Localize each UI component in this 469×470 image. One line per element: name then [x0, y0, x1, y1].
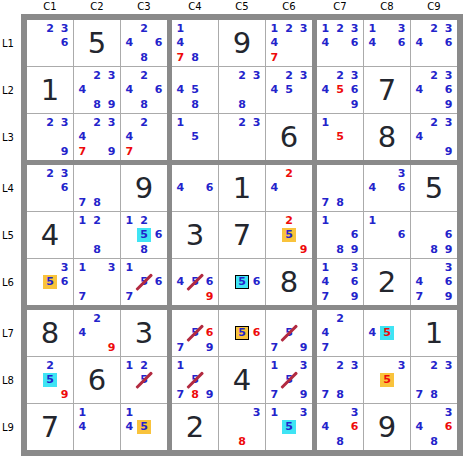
cell-L4C4[interactable]: 46	[172, 165, 218, 211]
candidate-4[interactable]: 4	[75, 83, 90, 98]
candidate-2[interactable]: 2	[137, 68, 152, 83]
cell-L8C1[interactable]: 259	[27, 357, 73, 403]
cell-L2C2[interactable]: 23489	[74, 67, 120, 113]
candidate-1[interactable]: 1	[173, 115, 188, 130]
candidate-6[interactable]: 6	[441, 275, 456, 290]
candidate-9[interactable]: 9	[296, 340, 311, 355]
candidate-6[interactable]: 6	[151, 83, 166, 98]
candidate-5[interactable]: 5	[282, 228, 297, 243]
candidate-5[interactable]: 5	[282, 83, 297, 98]
cell-L4C7[interactable]: 78	[317, 165, 363, 211]
candidate-2[interactable]: 2	[137, 115, 152, 130]
cell-L3C2[interactable]: 23479	[74, 114, 120, 160]
candidate-3[interactable]: 3	[394, 21, 409, 36]
candidate-6[interactable]: 6	[151, 228, 166, 243]
candidate-8[interactable]: 8	[333, 195, 348, 210]
candidate-1[interactable]: 1	[173, 21, 188, 36]
candidate-slot	[347, 195, 362, 210]
cell-L4C2[interactable]: 78	[74, 165, 120, 211]
candidate-3[interactable]: 3	[57, 115, 72, 130]
cell-L4C3[interactable]: 9	[121, 165, 167, 211]
cell-L1C7[interactable]: 12346	[317, 20, 363, 66]
candidate-3[interactable]: 3	[249, 405, 264, 420]
candidate-7[interactable]: 7	[173, 340, 188, 355]
cell-L5C5[interactable]: 7	[219, 212, 265, 258]
candidate-4[interactable]: 4	[75, 130, 90, 145]
candidate-3[interactable]: 3	[347, 260, 362, 275]
candidate-2[interactable]: 2	[90, 68, 105, 83]
cell-L3C9[interactable]: 2349	[411, 114, 457, 160]
candidate-8[interactable]: 8	[333, 387, 348, 402]
candidate-5[interactable]: 5	[380, 373, 395, 388]
candidate-4[interactable]: 4	[75, 326, 90, 341]
candidate-4[interactable]: 4	[122, 420, 137, 435]
candidate-1[interactable]: 1	[267, 405, 282, 420]
candidate-5[interactable]: 5	[282, 373, 297, 388]
candidate-1[interactable]: 1	[75, 405, 90, 420]
cell-L7C3[interactable]: 3	[121, 310, 167, 356]
cell-L7C9[interactable]: 1	[411, 310, 457, 356]
candidate-2[interactable]: 2	[43, 115, 58, 130]
candidate-3[interactable]: 3	[441, 260, 456, 275]
candidate-slot	[28, 115, 43, 130]
candidate-1[interactable]: 1	[267, 358, 282, 373]
candidate-8[interactable]: 8	[427, 387, 442, 402]
candidate-9[interactable]: 9	[441, 242, 456, 257]
candidate-slot	[267, 242, 282, 257]
cell-value: 8	[27, 310, 73, 356]
candidate-2[interactable]: 2	[427, 115, 442, 130]
candidate-3[interactable]: 3	[347, 21, 362, 36]
cell-L9C1[interactable]: 7	[27, 404, 73, 450]
cell-L8C5[interactable]: 4	[219, 357, 265, 403]
candidate-5[interactable]: 5	[282, 420, 297, 435]
candidate-2[interactable]: 2	[427, 21, 442, 36]
cell-L9C9[interactable]: 3468	[411, 404, 457, 450]
candidate-3[interactable]: 3	[296, 21, 311, 36]
candidate-9[interactable]: 9	[296, 387, 311, 402]
candidate-4[interactable]: 4	[318, 326, 333, 341]
candidate-5[interactable]: 5	[282, 326, 297, 341]
candidate-9[interactable]: 9	[441, 97, 456, 112]
candidate-4[interactable]: 4	[365, 181, 380, 196]
candidate-7[interactable]: 7	[267, 387, 282, 402]
candidate-3[interactable]: 3	[296, 68, 311, 83]
candidate-6[interactable]: 6	[202, 181, 217, 196]
candidate-7[interactable]: 7	[173, 50, 188, 65]
cell-L7C6[interactable]: 579	[266, 310, 312, 356]
cell-L6C8[interactable]: 2	[364, 259, 410, 305]
candidate-slot	[220, 405, 235, 420]
candidate-1[interactable]: 1	[75, 213, 90, 228]
candidate-5[interactable]: 5	[137, 275, 152, 290]
cell-L1C6[interactable]: 12347	[266, 20, 312, 66]
candidate-3[interactable]: 3	[296, 358, 311, 373]
cell-L8C4[interactable]: 15789	[172, 357, 218, 403]
candidate-5[interactable]: 5	[137, 373, 152, 388]
candidate-4[interactable]: 4	[267, 181, 282, 196]
candidate-4[interactable]: 4	[173, 181, 188, 196]
cell-L8C9[interactable]: 2378	[411, 357, 457, 403]
candidate-9[interactable]: 9	[296, 242, 311, 257]
candidate-8[interactable]: 8	[137, 242, 152, 257]
candidate-7[interactable]: 7	[267, 340, 282, 355]
candidate-2[interactable]: 2	[90, 115, 105, 130]
candidate-3[interactable]: 3	[104, 68, 119, 83]
cell-L9C3[interactable]: 145	[121, 404, 167, 450]
candidate-9[interactable]: 9	[104, 97, 119, 112]
cell-L6C7[interactable]: 134679	[317, 259, 363, 305]
candidate-slot	[296, 311, 311, 326]
cell-L4C6[interactable]: 24	[266, 165, 312, 211]
cell-L7C4[interactable]: 5679	[172, 310, 218, 356]
candidate-9[interactable]: 9	[202, 289, 217, 304]
candidate-2[interactable]: 2	[90, 213, 105, 228]
candidate-8[interactable]: 8	[90, 242, 105, 257]
candidate-9[interactable]: 9	[441, 289, 456, 304]
candidate-4[interactable]: 4	[365, 326, 380, 341]
candidate-1[interactable]: 1	[365, 213, 380, 228]
candidate-1[interactable]: 1	[318, 115, 333, 130]
candidate-2[interactable]: 2	[43, 358, 58, 373]
candidate-8[interactable]: 8	[235, 97, 250, 112]
candidate-3[interactable]: 3	[441, 68, 456, 83]
candidate-8[interactable]: 8	[188, 50, 203, 65]
candidate-5[interactable]: 5	[235, 275, 250, 290]
candidate-3[interactable]: 3	[57, 21, 72, 36]
candidate-4[interactable]: 4	[318, 275, 333, 290]
candidate-1[interactable]: 1	[122, 260, 137, 275]
candidate-3[interactable]: 3	[249, 68, 264, 83]
candidate-9[interactable]: 9	[347, 97, 362, 112]
cell-L1C8[interactable]: 1346	[364, 20, 410, 66]
candidate-2[interactable]: 2	[137, 358, 152, 373]
cell-L5C8[interactable]: 16	[364, 212, 410, 258]
candidate-3[interactable]: 3	[296, 405, 311, 420]
candidate-6[interactable]: 6	[57, 275, 72, 290]
candidate-2[interactable]: 2	[43, 21, 58, 36]
candidate-4[interactable]: 4	[318, 36, 333, 51]
cell-L1C1[interactable]: 236	[27, 20, 73, 66]
candidate-1[interactable]: 1	[318, 213, 333, 228]
candidate-2[interactable]: 2	[282, 213, 297, 228]
candidate-5[interactable]: 5	[43, 275, 58, 290]
cell-L5C4[interactable]: 3	[172, 212, 218, 258]
candidate-8[interactable]: 8	[90, 195, 105, 210]
candidate-3[interactable]: 3	[441, 405, 456, 420]
candidate-7[interactable]: 7	[122, 289, 137, 304]
candidate-2[interactable]: 2	[235, 68, 250, 83]
candidate-2[interactable]: 2	[235, 115, 250, 130]
candidate-7[interactable]: 7	[122, 144, 137, 159]
candidate-9[interactable]: 9	[347, 242, 362, 257]
candidate-9[interactable]: 9	[347, 289, 362, 304]
candidate-2[interactable]: 2	[333, 21, 348, 36]
candidate-7[interactable]: 7	[318, 289, 333, 304]
cell-L4C5[interactable]: 1	[219, 165, 265, 211]
candidate-6[interactable]: 6	[394, 228, 409, 243]
cell-L4C8[interactable]: 346	[364, 165, 410, 211]
cell-L6C4[interactable]: 4569	[172, 259, 218, 305]
cell-L6C6[interactable]: 8	[266, 259, 312, 305]
cell-L4C9[interactable]: 5	[411, 165, 457, 211]
candidate-1[interactable]: 1	[173, 358, 188, 373]
candidate-5[interactable]: 5	[188, 275, 203, 290]
candidate-6[interactable]: 6	[249, 275, 264, 290]
cell-L6C9[interactable]: 34679	[411, 259, 457, 305]
candidate-4[interactable]: 4	[122, 36, 137, 51]
column-labels: C1C2C3C4C5C6C7C8C9	[21, 0, 458, 13]
cell-L2C4[interactable]: 458	[172, 67, 218, 113]
candidate-9[interactable]: 9	[441, 144, 456, 159]
candidate-5[interactable]: 5	[43, 373, 58, 388]
cell-L2C3[interactable]: 2468	[121, 67, 167, 113]
cell-L7C5[interactable]: 56	[219, 310, 265, 356]
candidate-5[interactable]: 5	[188, 83, 203, 98]
cell-L2C8[interactable]: 7	[364, 67, 410, 113]
candidate-3[interactable]: 3	[57, 260, 72, 275]
candidate-6[interactable]: 6	[347, 83, 362, 98]
candidate-4[interactable]: 4	[122, 83, 137, 98]
candidate-4[interactable]: 4	[267, 36, 282, 51]
candidate-3[interactable]: 3	[347, 68, 362, 83]
cell-L5C3[interactable]: 12568	[121, 212, 167, 258]
candidate-6[interactable]: 6	[57, 181, 72, 196]
candidate-6[interactable]: 6	[347, 228, 362, 243]
cell-L6C2[interactable]: 137	[74, 259, 120, 305]
candidate-3[interactable]: 3	[57, 166, 72, 181]
candidate-grid: 1346	[364, 20, 410, 66]
candidate-9[interactable]: 9	[104, 144, 119, 159]
candidate-1[interactable]: 1	[122, 358, 137, 373]
candidate-4[interactable]: 4	[412, 275, 427, 290]
candidate-5[interactable]: 5	[333, 130, 348, 145]
candidate-6[interactable]: 6	[151, 36, 166, 51]
candidate-4[interactable]: 4	[318, 83, 333, 98]
cell-L4C1[interactable]: 236	[27, 165, 73, 211]
candidate-slot	[235, 420, 250, 435]
candidate-4[interactable]: 4	[173, 36, 188, 51]
candidate-6[interactable]: 6	[441, 36, 456, 51]
candidate-1[interactable]: 1	[318, 21, 333, 36]
candidate-2[interactable]: 2	[333, 311, 348, 326]
candidate-5[interactable]: 5	[235, 326, 250, 341]
candidate-4[interactable]: 4	[122, 130, 137, 145]
candidate-3[interactable]: 3	[441, 358, 456, 373]
cell-L3C5[interactable]: 23	[219, 114, 265, 160]
candidate-1[interactable]: 1	[122, 213, 137, 228]
candidate-4[interactable]: 4	[412, 130, 427, 145]
candidate-7[interactable]: 7	[318, 340, 333, 355]
candidate-1[interactable]: 1	[318, 260, 333, 275]
cell-L5C1[interactable]: 4	[27, 212, 73, 258]
cell-L3C8[interactable]: 8	[364, 114, 410, 160]
candidate-6[interactable]: 6	[441, 228, 456, 243]
candidate-2[interactable]: 2	[282, 68, 297, 83]
candidate-8[interactable]: 8	[188, 387, 203, 402]
candidate-1[interactable]: 1	[365, 21, 380, 36]
candidate-8[interactable]: 8	[90, 97, 105, 112]
candidate-6[interactable]: 6	[441, 83, 456, 98]
cell-L6C5[interactable]: 56	[219, 259, 265, 305]
candidate-3[interactable]: 3	[394, 358, 409, 373]
cell-L9C4[interactable]: 2	[172, 404, 218, 450]
candidate-7[interactable]: 7	[75, 289, 90, 304]
candidate-slot	[267, 213, 282, 228]
candidate-4[interactable]: 4	[412, 36, 427, 51]
candidate-7[interactable]: 7	[173, 387, 188, 402]
cell-L3C6[interactable]: 6	[266, 114, 312, 160]
candidate-6[interactable]: 6	[347, 420, 362, 435]
candidate-slot	[220, 130, 235, 145]
cell-L8C3[interactable]: 125	[121, 357, 167, 403]
candidate-3[interactable]: 3	[394, 166, 409, 181]
candidate-9[interactable]: 9	[57, 387, 72, 402]
candidate-6[interactable]: 6	[151, 275, 166, 290]
cell-L5C9[interactable]: 689	[411, 212, 457, 258]
candidate-4[interactable]: 4	[318, 420, 333, 435]
candidate-7[interactable]: 7	[318, 195, 333, 210]
candidate-8[interactable]: 8	[137, 50, 152, 65]
candidate-slot	[282, 340, 297, 355]
candidate-4[interactable]: 4	[267, 83, 282, 98]
candidate-6[interactable]: 6	[347, 275, 362, 290]
candidate-1[interactable]: 1	[75, 260, 90, 275]
candidate-3[interactable]: 3	[441, 115, 456, 130]
cell-L8C6[interactable]: 13579	[266, 357, 312, 403]
cell-L9C8[interactable]: 9	[364, 404, 410, 450]
candidate-2[interactable]: 2	[427, 358, 442, 373]
candidate-3[interactable]: 3	[104, 115, 119, 130]
candidate-8[interactable]: 8	[333, 242, 348, 257]
cell-L7C2[interactable]: 249	[74, 310, 120, 356]
candidate-1[interactable]: 1	[122, 405, 137, 420]
candidate-slot	[365, 242, 380, 257]
candidate-6[interactable]: 6	[394, 181, 409, 196]
cell-L3C4[interactable]: 15	[172, 114, 218, 160]
cell-L5C6[interactable]: 259	[266, 212, 312, 258]
candidate-6[interactable]: 6	[394, 36, 409, 51]
candidate-9[interactable]: 9	[104, 340, 119, 355]
cell-L9C7[interactable]: 3468	[317, 404, 363, 450]
candidate-5[interactable]: 5	[188, 130, 203, 145]
candidate-2[interactable]: 2	[333, 68, 348, 83]
cell-L8C2[interactable]: 6	[74, 357, 120, 403]
candidate-4[interactable]: 4	[412, 83, 427, 98]
cell-L2C9[interactable]: 23469	[411, 67, 457, 113]
cell-L1C4[interactable]: 1478	[172, 20, 218, 66]
candidate-8[interactable]: 8	[333, 434, 348, 449]
candidate-8[interactable]: 8	[235, 434, 250, 449]
candidate-5[interactable]: 5	[137, 228, 152, 243]
candidate-9[interactable]: 9	[202, 340, 217, 355]
candidate-5[interactable]: 5	[188, 373, 203, 388]
cell-L3C7[interactable]: 15	[317, 114, 363, 160]
cell-L3C3[interactable]: 247	[121, 114, 167, 160]
cell-L3C1[interactable]: 239	[27, 114, 73, 160]
candidate-3[interactable]: 3	[104, 260, 119, 275]
candidate-4[interactable]: 4	[412, 420, 427, 435]
candidate-2[interactable]: 2	[137, 21, 152, 36]
candidate-4[interactable]: 4	[75, 420, 90, 435]
candidate-8[interactable]: 8	[427, 242, 442, 257]
candidate-4[interactable]: 4	[173, 83, 188, 98]
candidate-slot	[412, 50, 427, 65]
candidate-6[interactable]: 6	[202, 275, 217, 290]
candidate-7[interactable]: 7	[75, 195, 90, 210]
cell-L2C1[interactable]: 1	[27, 67, 73, 113]
cell-L9C2[interactable]: 14	[74, 404, 120, 450]
candidate-2[interactable]: 2	[90, 311, 105, 326]
cell-L5C7[interactable]: 1689	[317, 212, 363, 258]
candidate-9[interactable]: 9	[57, 144, 72, 159]
candidate-7[interactable]: 7	[412, 289, 427, 304]
candidate-grid: 2378	[411, 357, 457, 403]
candidate-2[interactable]: 2	[282, 21, 297, 36]
cell-L1C3[interactable]: 2468	[121, 20, 167, 66]
candidate-2[interactable]: 2	[282, 166, 297, 181]
candidate-9[interactable]: 9	[202, 387, 217, 402]
candidate-2[interactable]: 2	[43, 166, 58, 181]
candidate-4[interactable]: 4	[365, 36, 380, 51]
candidate-2[interactable]: 2	[427, 68, 442, 83]
candidate-7[interactable]: 7	[267, 50, 282, 65]
candidate-5[interactable]: 5	[333, 83, 348, 98]
cell-L5C2[interactable]: 128	[74, 212, 120, 258]
cell-L7C8[interactable]: 45	[364, 310, 410, 356]
cell-L6C3[interactable]: 1567	[121, 259, 167, 305]
cell-L1C2[interactable]: 5	[74, 20, 120, 66]
cell-L7C1[interactable]: 8	[27, 310, 73, 356]
candidate-3[interactable]: 3	[441, 21, 456, 36]
candidate-7[interactable]: 7	[318, 387, 333, 402]
candidate-6[interactable]: 6	[202, 326, 217, 341]
cell-L8C8[interactable]: 35	[364, 357, 410, 403]
cell-L7C7[interactable]: 247	[317, 310, 363, 356]
candidate-8[interactable]: 8	[188, 97, 203, 112]
candidate-7[interactable]: 7	[75, 144, 90, 159]
candidate-8[interactable]: 8	[137, 97, 152, 112]
candidate-1[interactable]: 1	[267, 21, 282, 36]
candidate-5[interactable]: 5	[137, 420, 152, 435]
candidate-3[interactable]: 3	[347, 358, 362, 373]
cell-L9C5[interactable]: 38	[219, 404, 265, 450]
candidate-grid: 236	[27, 165, 73, 211]
cell-L2C7[interactable]: 234569	[317, 67, 363, 113]
candidate-8[interactable]: 8	[427, 434, 442, 449]
candidate-2[interactable]: 2	[137, 213, 152, 228]
candidate-3[interactable]: 3	[249, 115, 264, 130]
candidate-6[interactable]: 6	[347, 36, 362, 51]
candidate-6[interactable]: 6	[441, 420, 456, 435]
cell-L9C6[interactable]: 135	[266, 404, 312, 450]
candidate-5[interactable]: 5	[380, 326, 395, 341]
cell-L1C9[interactable]: 2346	[411, 20, 457, 66]
cell-L1C5[interactable]: 9	[219, 20, 265, 66]
candidate-2[interactable]: 2	[333, 358, 348, 373]
candidate-6[interactable]: 6	[249, 326, 264, 341]
cell-L8C7[interactable]: 2378	[317, 357, 363, 403]
candidate-4[interactable]: 4	[173, 275, 188, 290]
candidate-slot	[202, 97, 217, 112]
cell-L2C6[interactable]: 2345	[266, 67, 312, 113]
candidate-5[interactable]: 5	[188, 326, 203, 341]
candidate-6[interactable]: 6	[57, 36, 72, 51]
cell-L6C1[interactable]: 356	[27, 259, 73, 305]
candidate-3[interactable]: 3	[347, 405, 362, 420]
candidate-7[interactable]: 7	[412, 387, 427, 402]
cell-L2C5[interactable]: 238	[219, 67, 265, 113]
